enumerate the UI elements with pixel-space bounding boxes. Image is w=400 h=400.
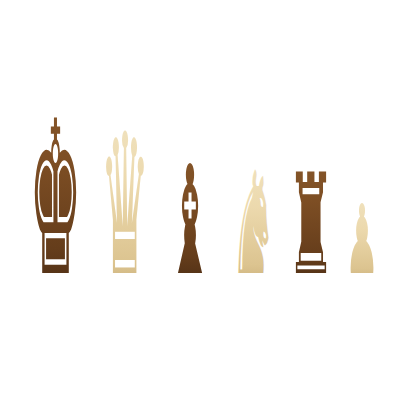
king-glyph: ♚: [29, 75, 82, 323]
bishop-piece: ♝: [166, 164, 214, 274]
knight-piece: ♞: [229, 171, 278, 274]
king-piece: ♚: [28, 119, 83, 274]
pawn-glyph: ♟: [345, 184, 379, 296]
rook-piece: ♜: [286, 173, 336, 274]
knight-glyph: ♞: [230, 141, 277, 306]
bishop-glyph: ♝: [167, 133, 213, 309]
chess-pieces-photo: ♚ ♛ ♝ ♞ ♜ ♟: [0, 0, 400, 400]
pawn-piece: ♟: [344, 204, 380, 274]
queen-glyph: ♛: [100, 92, 150, 319]
rook-glyph: ♜: [287, 144, 335, 306]
queen-piece: ♛: [99, 132, 151, 274]
